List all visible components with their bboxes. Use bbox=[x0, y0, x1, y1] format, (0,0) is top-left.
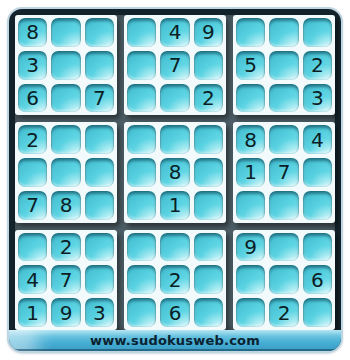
box-3-2: 26 bbox=[124, 230, 226, 330]
cell-r6c8[interactable] bbox=[269, 191, 298, 220]
cell-r7c3[interactable] bbox=[85, 233, 114, 262]
cell-r4c2[interactable] bbox=[51, 125, 80, 154]
cell-r6c4[interactable] bbox=[127, 191, 156, 220]
cell-r3c2[interactable] bbox=[51, 84, 80, 113]
box-1-2: 4972 bbox=[124, 15, 226, 115]
cell-r9c6[interactable] bbox=[194, 298, 223, 327]
cell-r4c7[interactable]: 8 bbox=[236, 125, 265, 154]
cell-r4c1[interactable]: 2 bbox=[18, 125, 47, 154]
cell-r9c1[interactable]: 1 bbox=[18, 298, 47, 327]
cell-r2c8[interactable] bbox=[269, 51, 298, 80]
cell-r3c6[interactable]: 2 bbox=[194, 84, 223, 113]
cell-r7c2[interactable]: 2 bbox=[51, 233, 80, 262]
box-3-3: 962 bbox=[233, 230, 335, 330]
cell-r8c1[interactable]: 4 bbox=[18, 265, 47, 294]
footer-bar: www.sudokusweb.com bbox=[9, 330, 341, 351]
cell-r1c7[interactable] bbox=[236, 18, 265, 47]
cell-r7c4[interactable] bbox=[127, 233, 156, 262]
cell-r8c7[interactable] bbox=[236, 265, 265, 294]
cell-r2c2[interactable] bbox=[51, 51, 80, 80]
cell-r2c7[interactable]: 5 bbox=[236, 51, 265, 80]
cell-r6c2[interactable]: 8 bbox=[51, 191, 80, 220]
cell-r7c8[interactable] bbox=[269, 233, 298, 262]
sudoku-board: 8367497252327881841724719326962 www.sudo… bbox=[7, 7, 343, 353]
cell-r6c6[interactable] bbox=[194, 191, 223, 220]
cell-r8c2[interactable]: 7 bbox=[51, 265, 80, 294]
box-2-2: 81 bbox=[124, 122, 226, 222]
cell-r2c4[interactable] bbox=[127, 51, 156, 80]
cell-r1c4[interactable] bbox=[127, 18, 156, 47]
box-1-3: 523 bbox=[233, 15, 335, 115]
cell-r5c7[interactable]: 1 bbox=[236, 158, 265, 187]
cell-r1c3[interactable] bbox=[85, 18, 114, 47]
cell-r4c3[interactable] bbox=[85, 125, 114, 154]
cell-r9c8[interactable]: 2 bbox=[269, 298, 298, 327]
cell-r3c4[interactable] bbox=[127, 84, 156, 113]
cell-r8c3[interactable] bbox=[85, 265, 114, 294]
cell-r3c5[interactable] bbox=[160, 84, 189, 113]
cell-r8c9[interactable]: 6 bbox=[303, 265, 332, 294]
cell-r2c6[interactable] bbox=[194, 51, 223, 80]
cell-r1c1[interactable]: 8 bbox=[18, 18, 47, 47]
cell-r1c5[interactable]: 4 bbox=[160, 18, 189, 47]
cell-r7c6[interactable] bbox=[194, 233, 223, 262]
cell-r9c7[interactable] bbox=[236, 298, 265, 327]
cell-r6c3[interactable] bbox=[85, 191, 114, 220]
cell-r3c8[interactable] bbox=[269, 84, 298, 113]
cell-r3c1[interactable]: 6 bbox=[18, 84, 47, 113]
site-url-link[interactable]: www.sudokusweb.com bbox=[90, 333, 260, 348]
cell-r9c3[interactable]: 3 bbox=[85, 298, 114, 327]
cell-r4c9[interactable]: 4 bbox=[303, 125, 332, 154]
sudoku-page: 8367497252327881841724719326962 www.sudo… bbox=[0, 0, 350, 360]
cell-r8c8[interactable] bbox=[269, 265, 298, 294]
cell-r4c5[interactable] bbox=[160, 125, 189, 154]
cell-r2c9[interactable]: 2 bbox=[303, 51, 332, 80]
cell-r4c6[interactable] bbox=[194, 125, 223, 154]
cell-r3c9[interactable]: 3 bbox=[303, 84, 332, 113]
box-2-1: 278 bbox=[15, 122, 117, 222]
cell-r4c8[interactable] bbox=[269, 125, 298, 154]
cell-r7c7[interactable]: 9 bbox=[236, 233, 265, 262]
cell-r8c5[interactable]: 2 bbox=[160, 265, 189, 294]
cell-r2c5[interactable]: 7 bbox=[160, 51, 189, 80]
cell-r5c9[interactable] bbox=[303, 158, 332, 187]
cell-r5c4[interactable] bbox=[127, 158, 156, 187]
cell-r5c8[interactable]: 7 bbox=[269, 158, 298, 187]
cell-r9c2[interactable]: 9 bbox=[51, 298, 80, 327]
cell-r1c2[interactable] bbox=[51, 18, 80, 47]
box-1-1: 8367 bbox=[15, 15, 117, 115]
cell-r5c2[interactable] bbox=[51, 158, 80, 187]
cell-r7c1[interactable] bbox=[18, 233, 47, 262]
cell-r8c4[interactable] bbox=[127, 265, 156, 294]
cell-r9c4[interactable] bbox=[127, 298, 156, 327]
cell-r2c3[interactable] bbox=[85, 51, 114, 80]
cell-r2c1[interactable]: 3 bbox=[18, 51, 47, 80]
cell-r5c6[interactable] bbox=[194, 158, 223, 187]
cell-r3c3[interactable]: 7 bbox=[85, 84, 114, 113]
cell-r9c5[interactable]: 6 bbox=[160, 298, 189, 327]
cell-r6c5[interactable]: 1 bbox=[160, 191, 189, 220]
cell-r3c7[interactable] bbox=[236, 84, 265, 113]
cell-r1c8[interactable] bbox=[269, 18, 298, 47]
cell-r5c3[interactable] bbox=[85, 158, 114, 187]
cell-r5c1[interactable] bbox=[18, 158, 47, 187]
cell-r7c9[interactable] bbox=[303, 233, 332, 262]
cell-r6c7[interactable] bbox=[236, 191, 265, 220]
cell-r7c5[interactable] bbox=[160, 233, 189, 262]
cell-r9c9[interactable] bbox=[303, 298, 332, 327]
cell-r1c9[interactable] bbox=[303, 18, 332, 47]
box-2-3: 8417 bbox=[233, 122, 335, 222]
cell-r6c1[interactable]: 7 bbox=[18, 191, 47, 220]
cell-r1c6[interactable]: 9 bbox=[194, 18, 223, 47]
cell-r6c9[interactable] bbox=[303, 191, 332, 220]
cell-r5c5[interactable]: 8 bbox=[160, 158, 189, 187]
sudoku-grid: 8367497252327881841724719326962 bbox=[15, 15, 335, 330]
box-3-1: 247193 bbox=[15, 230, 117, 330]
cell-r8c6[interactable] bbox=[194, 265, 223, 294]
cell-r4c4[interactable] bbox=[127, 125, 156, 154]
